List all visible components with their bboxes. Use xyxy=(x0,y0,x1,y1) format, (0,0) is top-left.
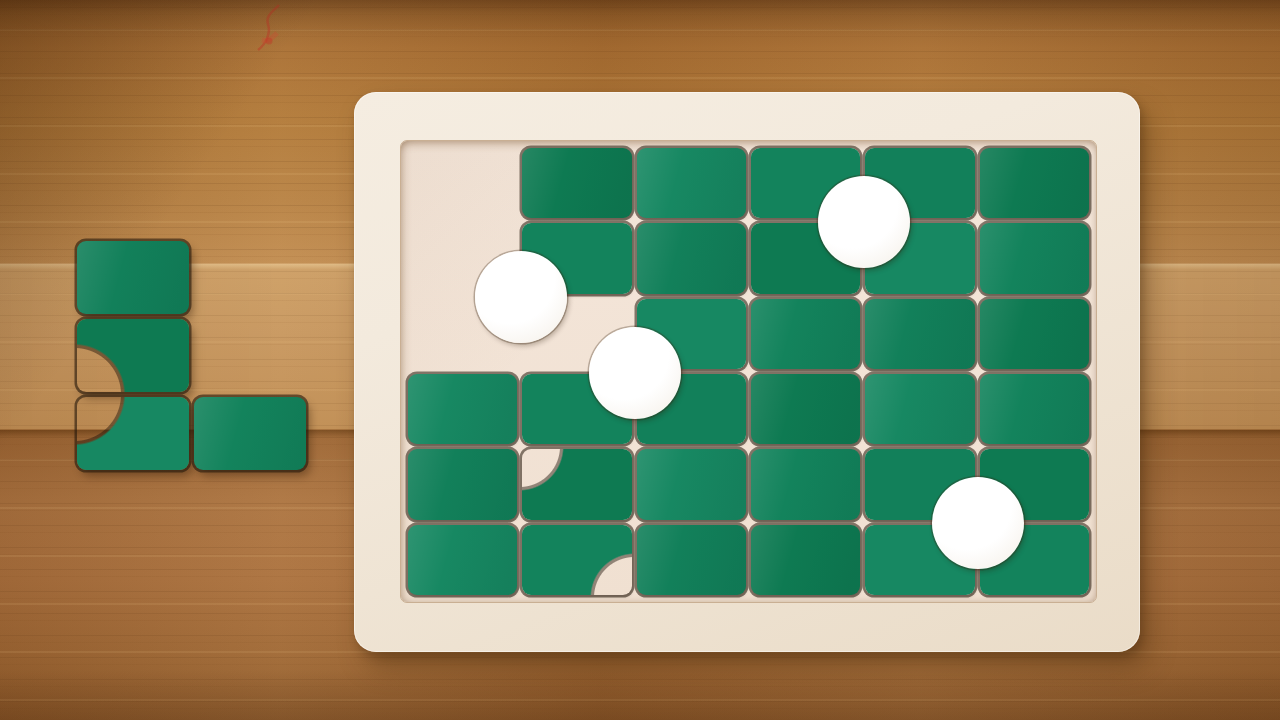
puzzle-tray xyxy=(354,92,1140,652)
tile-r3c5[interactable] xyxy=(865,299,974,369)
loose-piece-cell-1 xyxy=(77,241,189,314)
white-disc-4[interactable] xyxy=(932,477,1024,569)
tile-r3c6[interactable] xyxy=(980,299,1089,369)
tile-r6c3[interactable] xyxy=(637,525,746,595)
white-disc-1[interactable] xyxy=(475,251,567,343)
tile-r5c1[interactable] xyxy=(408,449,517,519)
white-disc-2[interactable] xyxy=(818,176,910,268)
tile-r4c1[interactable] xyxy=(408,374,517,444)
tile-r6c2[interactable] xyxy=(522,525,631,595)
loose-piece-cell-2 xyxy=(77,319,189,392)
tile-r4c4[interactable] xyxy=(751,374,860,444)
loose-piece[interactable] xyxy=(77,241,306,470)
tile-r5c3[interactable] xyxy=(637,449,746,519)
tile-r5c4[interactable] xyxy=(751,449,860,519)
tile-r2c3[interactable] xyxy=(637,223,746,293)
tile-r5c2[interactable] xyxy=(522,449,631,519)
white-disc-3[interactable] xyxy=(589,327,681,419)
tile-r6c1[interactable] xyxy=(408,525,517,595)
tile-r1c3[interactable] xyxy=(637,148,746,218)
tile-r4c5[interactable] xyxy=(865,374,974,444)
tile-r1c2[interactable] xyxy=(522,148,631,218)
tile-r1c6[interactable] xyxy=(980,148,1089,218)
empty-cell-r1c1 xyxy=(408,148,517,218)
tile-r2c6[interactable] xyxy=(980,223,1089,293)
tile-r6c4[interactable] xyxy=(751,525,860,595)
loose-piece-cell-4 xyxy=(194,397,306,470)
board-well xyxy=(400,140,1097,603)
loose-piece-cell-3 xyxy=(77,397,189,470)
tile-r3c4[interactable] xyxy=(751,299,860,369)
tile-r4c6[interactable] xyxy=(980,374,1089,444)
